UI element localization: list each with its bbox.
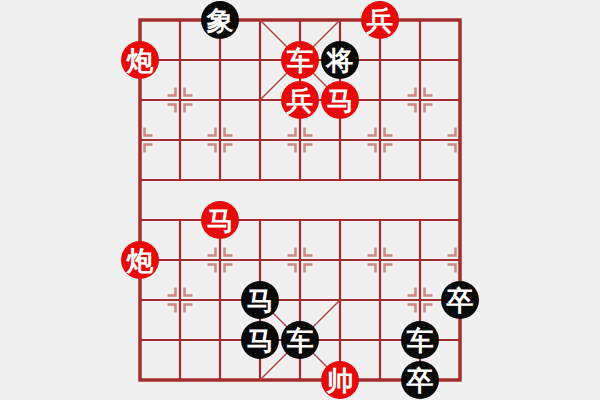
position-marker: [208, 248, 216, 256]
position-marker: [368, 248, 376, 256]
piece-red-horse[interactable]: 马: [201, 201, 239, 239]
position-marker: [288, 248, 296, 256]
position-marker: [305, 265, 313, 273]
piece-black-soldier[interactable]: 卒: [441, 281, 479, 319]
piece-red-chariot[interactable]: 车: [281, 41, 319, 79]
position-marker: [305, 248, 313, 256]
position-marker: [408, 88, 416, 96]
position-marker: [368, 265, 376, 273]
position-marker: [425, 88, 433, 96]
position-marker: [305, 145, 313, 153]
position-marker: [185, 105, 193, 113]
piece-red-cannon[interactable]: 炮: [121, 241, 159, 279]
piece-red-horse[interactable]: 马: [321, 81, 359, 119]
position-marker: [368, 145, 376, 153]
piece-black-horse[interactable]: 马: [241, 321, 279, 359]
position-marker: [208, 145, 216, 153]
position-marker: [225, 128, 233, 136]
position-marker: [288, 128, 296, 136]
position-marker: [408, 105, 416, 113]
position-marker: [168, 105, 176, 113]
position-marker: [288, 265, 296, 273]
position-marker: [168, 288, 176, 296]
piece-red-cannon[interactable]: 炮: [121, 41, 159, 79]
position-marker: [305, 128, 313, 136]
position-marker: [448, 248, 456, 256]
piece-black-chariot[interactable]: 车: [281, 321, 319, 359]
position-marker: [408, 305, 416, 313]
position-marker: [225, 265, 233, 273]
piece-red-general[interactable]: 帅: [321, 361, 359, 399]
position-marker: [145, 128, 153, 136]
piece-black-elephant[interactable]: 象: [201, 1, 239, 39]
piece-red-soldier[interactable]: 兵: [361, 1, 399, 39]
position-marker: [385, 265, 393, 273]
position-marker: [368, 128, 376, 136]
position-marker: [208, 265, 216, 273]
position-marker: [385, 128, 393, 136]
piece-black-general[interactable]: 将: [321, 41, 359, 79]
position-marker: [185, 88, 193, 96]
piece-red-soldier[interactable]: 兵: [281, 81, 319, 119]
piece-black-soldier[interactable]: 卒: [401, 361, 439, 399]
position-marker: [185, 288, 193, 296]
position-marker: [425, 288, 433, 296]
position-marker: [385, 248, 393, 256]
position-marker: [448, 145, 456, 153]
position-marker: [425, 105, 433, 113]
position-marker: [288, 145, 296, 153]
position-marker: [168, 88, 176, 96]
position-marker: [408, 288, 416, 296]
position-marker: [425, 305, 433, 313]
piece-black-horse[interactable]: 马: [241, 281, 279, 319]
position-marker: [225, 145, 233, 153]
position-marker: [168, 305, 176, 313]
position-marker: [385, 145, 393, 153]
position-marker: [448, 128, 456, 136]
position-marker: [208, 128, 216, 136]
position-marker: [145, 145, 153, 153]
xiangqi-diagram: 象兵炮车将兵马马炮马卒马车车帅卒: [0, 0, 600, 400]
position-marker: [185, 305, 193, 313]
piece-black-chariot[interactable]: 车: [401, 321, 439, 359]
position-marker: [225, 248, 233, 256]
position-marker: [448, 265, 456, 273]
